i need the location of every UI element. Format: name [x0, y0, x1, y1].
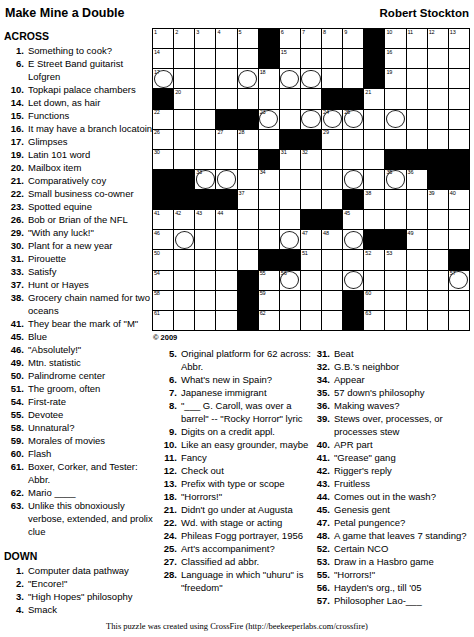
grid-cell-r4c3[interactable] [195, 89, 215, 108]
clue-text: E Street Band guitarist Lofgren [28, 57, 153, 83]
grid-cell-r11c4[interactable] [216, 230, 236, 249]
grid-cell-r6c11[interactable] [364, 130, 384, 149]
grid-cell-r4c5[interactable] [238, 89, 258, 108]
grid-cell-r3c6[interactable]: 18 [259, 69, 279, 88]
grid-cell-r14c4[interactable] [216, 291, 236, 310]
clue-text: Petal pungence? [334, 516, 473, 529]
clue-number: 8. [160, 399, 177, 425]
grid-cell-r5c14[interactable] [428, 110, 448, 129]
clue-down-55: 55."Horrors!" [313, 568, 473, 581]
grid-cell-r5c11[interactable] [364, 110, 384, 129]
clue-number: 29. [4, 226, 24, 239]
clue-text: Morales of movies [28, 434, 153, 447]
clue-number: 35. [313, 386, 330, 399]
clue-down-56: 56.Hayden's org., till '05 [313, 581, 473, 594]
clue-number: 55. [4, 408, 24, 421]
grid-cell-r5c8[interactable] [301, 110, 321, 129]
clue-number: 51. [4, 382, 24, 395]
grid-cell-r11c2[interactable] [174, 230, 194, 249]
grid-cell-r10c3[interactable]: 43 [195, 210, 215, 229]
clue-text: Art's accompaniment? [181, 542, 314, 555]
grid-cell-r13c13[interactable] [407, 271, 427, 290]
grid-cell-r11c13[interactable]: 49 [407, 230, 427, 249]
grid-cell-r1c10[interactable]: 9 [343, 29, 363, 48]
grid-cell-r6c2[interactable] [174, 130, 194, 149]
clue-text: Prefix with type or scope [181, 477, 314, 490]
grid-cell-r11c1[interactable]: 46 [153, 230, 173, 249]
grid-cell-r4c1 [153, 89, 173, 108]
grid-cell-r15c3[interactable] [195, 311, 215, 330]
clue-number: 31. [313, 347, 330, 360]
grid-cell-r7c11[interactable] [364, 150, 384, 169]
clue-across-15: 15.Functions [4, 109, 153, 122]
grid-cell-r14c13[interactable] [407, 291, 427, 310]
grid-cell-r10c6[interactable] [259, 210, 279, 229]
clue-text: Phileas Fogg portrayer, 1956 [181, 529, 314, 542]
grid-cell-r12c7 [280, 250, 300, 269]
grid-cell-r8c13[interactable]: 36 [407, 170, 427, 189]
grid-cell-r7c5[interactable] [238, 150, 258, 169]
clue-text: Something to cook? [28, 44, 153, 57]
cell-number: 27 [217, 130, 223, 136]
grid-cell-r10c11[interactable] [364, 210, 384, 229]
clue-number: 16. [4, 122, 24, 135]
grid-cell-r12c8[interactable]: 51 [301, 250, 321, 269]
grid-cell-r12c1[interactable]: 50 [153, 250, 173, 269]
grid-cell-r5c6[interactable]: 23 [259, 110, 279, 129]
clue-number: 55. [313, 568, 330, 581]
clue-text: Plant for a new year [28, 239, 153, 252]
clue-across-30: 30.Plant for a new year [4, 239, 153, 252]
grid-cell-r5c1[interactable]: 22 [153, 110, 173, 129]
grid-cell-r3c1[interactable]: 17 [153, 69, 173, 88]
grid-cell-r13c3[interactable] [195, 271, 215, 290]
grid-cell-r7c10[interactable] [343, 150, 363, 169]
clue-number: 61. [4, 460, 24, 486]
grid-cell-r8c5[interactable] [238, 170, 258, 189]
cell-number: 43 [196, 211, 202, 217]
grid-cell-r15c8[interactable] [301, 311, 321, 330]
grid-cell-r13c4[interactable] [216, 271, 236, 290]
grid-cell-r9c14[interactable]: 39 [428, 190, 448, 209]
grid-cell-r1c2[interactable]: 2 [174, 29, 194, 48]
grid-cell-r10c4[interactable]: 44 [216, 210, 236, 229]
grid-cell-r2c12[interactable]: 16 [385, 49, 405, 68]
grid-cell-r10c12[interactable] [385, 210, 405, 229]
clue-text: Boxer, Corker, and Tester: Abbr. [28, 460, 153, 486]
grid-cell-r2c2[interactable] [174, 49, 194, 68]
grid-cell-r4c6[interactable] [259, 89, 279, 108]
grid-cell-r4c13[interactable] [407, 89, 427, 108]
grid-cell-r14c7[interactable] [280, 291, 300, 310]
grid-cell-r9c12[interactable] [385, 190, 405, 209]
grid-cell-r11c15[interactable] [449, 230, 469, 249]
grid-cell-r11c14[interactable] [428, 230, 448, 249]
grid-cell-r4c14[interactable] [428, 89, 448, 108]
grid-cell-r12c10[interactable] [343, 250, 363, 269]
grid-cell-r7c9[interactable] [322, 150, 342, 169]
grid-cell-r9c9[interactable] [322, 190, 342, 209]
grid-cell-r8c9[interactable] [322, 170, 342, 189]
grid-cell-r9c13[interactable] [407, 190, 427, 209]
clue-across-1: 1.Something to cook? [4, 44, 153, 57]
grid-cell-r5c10[interactable]: 25 [343, 110, 363, 129]
clue-text: Topkapi palace chambers [28, 83, 153, 96]
grid-cell-r11c3[interactable] [195, 230, 215, 249]
clue-text: Glimpses [28, 135, 153, 148]
grid-cell-r10c2[interactable]: 42 [174, 210, 194, 229]
grid-cell-r1c12[interactable]: 10 [385, 29, 405, 48]
grid-cell-r7c12 [385, 150, 405, 169]
clue-text: Computer data pathway [28, 564, 153, 577]
clue-across-20: 20.Mailbox item [4, 161, 153, 174]
grid-cell-r5c12[interactable] [385, 110, 405, 129]
clue-down-25: 25.Art's accompaniment? [160, 542, 314, 555]
grid-cell-r1c1[interactable]: 1 [153, 29, 173, 48]
grid-cell-r4c9 [322, 89, 342, 108]
grid-cell-r1c13[interactable]: 11 [407, 29, 427, 48]
clue-across-45: 45.Blue [4, 330, 153, 343]
grid-cell-r6c8 [301, 130, 321, 149]
grid-cell-r15c4[interactable] [216, 311, 236, 330]
grid-cell-r15c9[interactable] [322, 311, 342, 330]
grid-cell-r3c4[interactable] [216, 69, 236, 88]
grid-cell-r8c8[interactable] [301, 170, 321, 189]
clue-text: "___ G. Caroll, was over a barrel" -- "R… [181, 399, 314, 425]
grid-cell-r6c12[interactable] [385, 130, 405, 149]
clue-across-58: 58.Unnatural? [4, 421, 153, 434]
grid-cell-r12c14[interactable] [428, 250, 448, 269]
clue-text: Beat [334, 347, 473, 360]
cell-number: 24 [323, 110, 329, 116]
grid-cell-r7c2[interactable] [174, 150, 194, 169]
grid-cell-r11c6[interactable] [259, 230, 279, 249]
grid-cell-r6c13[interactable] [407, 130, 427, 149]
grid-cell-r1c4[interactable]: 4 [216, 29, 236, 48]
grid-cell-r6c15[interactable] [449, 130, 469, 149]
grid-cell-r10c1[interactable]: 41 [153, 210, 173, 229]
grid-cell-r4c15[interactable] [449, 89, 469, 108]
grid-cell-r3c9[interactable] [322, 69, 342, 88]
clue-number: 38. [4, 291, 24, 317]
grid-cell-r3c11 [364, 69, 384, 88]
grid-cell-r15c11[interactable]: 63 [364, 311, 384, 330]
grid-cell-r2c5[interactable] [238, 49, 258, 68]
clue-number: 40. [313, 438, 330, 451]
cell-number: 41 [154, 211, 160, 217]
clue-text: Small business co-owner [28, 187, 153, 200]
grid-cell-r10c14[interactable] [428, 210, 448, 229]
clue-text: Satisfy [28, 265, 153, 278]
grid-cell-r3c12[interactable]: 19 [385, 69, 405, 88]
cell-number: 14 [154, 50, 160, 56]
grid-cell-r1c15[interactable]: 13 [449, 29, 469, 48]
grid-cell-r4c4[interactable] [216, 89, 236, 108]
grid-cell-r5c2[interactable] [174, 110, 194, 129]
grid-cell-r3c7[interactable] [280, 69, 300, 88]
grid-cell-r15c13[interactable] [407, 311, 427, 330]
cell-number: 55 [260, 271, 266, 277]
grid-cell-r7c8[interactable]: 32 [301, 150, 321, 169]
cell-number: 39 [429, 191, 435, 197]
grid-cell-r8c6[interactable]: 34 [259, 170, 279, 189]
clue-text: "Absolutely!" [28, 343, 153, 356]
grid-cell-r12c3[interactable] [195, 250, 215, 269]
clue-text: Palindrome center [28, 369, 153, 382]
grid-cell-r6c6[interactable] [259, 130, 279, 149]
cell-number: 26 [154, 130, 160, 136]
grid-cell-r12c2[interactable] [174, 250, 194, 269]
cell-number: 54 [154, 271, 160, 277]
grid-cell-r2c4[interactable] [216, 49, 236, 68]
grid-cell-r13c11[interactable] [364, 271, 384, 290]
grid-cell-r5c3[interactable] [195, 110, 215, 129]
grid-cell-r8c10[interactable] [343, 170, 363, 189]
cell-number: 12 [429, 30, 435, 36]
grid-cell-r12c5[interactable] [238, 250, 258, 269]
grid-cell-r14c5 [238, 291, 258, 310]
grid-cell-r9c6[interactable] [259, 190, 279, 209]
grid-cell-r3c8[interactable] [301, 69, 321, 88]
clue-down-31: 31.Beat [313, 347, 473, 360]
grid-cell-r12c13[interactable] [407, 250, 427, 269]
grid-cell-r4c11[interactable]: 21 [364, 89, 384, 108]
grid-cell-r5c13[interactable] [407, 110, 427, 129]
grid-cell-r11c5[interactable] [238, 230, 258, 249]
grid-cell-r15c5 [238, 311, 258, 330]
grid-cell-r12c4[interactable] [216, 250, 236, 269]
clue-text: Genesis gent [334, 503, 473, 516]
grid-cell-r7c6 [259, 150, 279, 169]
grid-cell-r10c13[interactable] [407, 210, 427, 229]
grid-cell-r12c11[interactable]: 52 [364, 250, 384, 269]
grid-cell-r5c9[interactable]: 24 [322, 110, 342, 129]
clue-number: 26. [4, 213, 24, 226]
grid-cell-r9c5[interactable]: 37 [238, 190, 258, 209]
clue-across-62: 62.Mario ____ [4, 486, 153, 499]
grid-cell-r11c7[interactable] [280, 230, 300, 249]
grid-cell-r7c7[interactable]: 31 [280, 150, 300, 169]
clue-column-right: 31.Beat32.G.B.'s neighbor34.Appear35.57 … [313, 347, 473, 607]
grid-cell-r5c15[interactable] [449, 110, 469, 129]
grid-cell-r15c15[interactable] [449, 311, 469, 330]
cell-number: 4 [217, 30, 220, 36]
grid-cell-r4c7[interactable] [280, 89, 300, 108]
grid-cell-r1c14[interactable]: 12 [428, 29, 448, 48]
grid-cell-r13c10[interactable] [343, 271, 363, 290]
cell-number: 30 [154, 150, 160, 156]
grid-cell-r14c15[interactable] [449, 291, 469, 310]
clue-number: 48. [313, 529, 330, 542]
cell-number: 13 [450, 30, 456, 36]
grid-cell-r1c8[interactable]: 7 [301, 29, 321, 48]
grid-cell-r15c1[interactable]: 61 [153, 311, 173, 330]
cell-number: 38 [365, 191, 371, 197]
grid-cell-r10c7[interactable] [280, 210, 300, 229]
grid-cell-r13c2[interactable] [174, 271, 194, 290]
author-name: Robert Stockton [380, 7, 469, 19]
grid-cell-r2c14[interactable] [428, 49, 448, 68]
clue-number: 11. [160, 451, 177, 464]
grid-cell-r7c1[interactable]: 30 [153, 150, 173, 169]
grid-cell-r14c12[interactable] [385, 291, 405, 310]
grid-cell-r14c3[interactable] [195, 291, 215, 310]
grid-cell-r15c14[interactable] [428, 311, 448, 330]
grid-cell-r6c5[interactable]: 28 [238, 130, 258, 149]
grid-cell-r15c6[interactable]: 62 [259, 311, 279, 330]
clue-text: Digits on a credit appl. [181, 425, 314, 438]
clue-number: 41. [4, 317, 24, 330]
clue-number: 1. [4, 564, 24, 577]
clue-text: Draw in a Hasbro game [334, 555, 473, 568]
grid-cell-r6c10[interactable] [343, 130, 363, 149]
grid-cell-r14c1[interactable]: 58 [153, 291, 173, 310]
grid-cell-r1c5[interactable]: 5 [238, 29, 258, 48]
clue-text: Devotee [28, 408, 153, 421]
grid-cell-r7c4[interactable] [216, 150, 236, 169]
clue-text: Mtn. statistic [28, 356, 153, 369]
clue-number: 47. [313, 516, 330, 529]
clue-number: 60. [4, 447, 24, 460]
grid-cell-r1c3[interactable]: 3 [195, 29, 215, 48]
grid-cell-r13c1[interactable]: 54 [153, 271, 173, 290]
grid-cell-r2c8[interactable] [301, 49, 321, 68]
grid-cell-r15c7[interactable] [280, 311, 300, 330]
clue-across-54: 54.First-rate [4, 395, 153, 408]
grid-cell-r6c4[interactable]: 27 [216, 130, 236, 149]
grid-cell-r4c8[interactable] [301, 89, 321, 108]
clue-down-5: 5.Original platform for 62 across: Abbr. [160, 347, 314, 373]
grid-cell-r14c8[interactable] [301, 291, 321, 310]
grid-cell-r1c7[interactable]: 6 [280, 29, 300, 48]
clue-text: Wd. with stage or acting [181, 516, 314, 529]
grid-cell-r15c12[interactable] [385, 311, 405, 330]
grid-cell-r14c2[interactable] [174, 291, 194, 310]
grid-cell-r9c15[interactable]: 40 [449, 190, 469, 209]
clue-text: Grocery chain named for two oceans [28, 291, 153, 317]
clue-text: Let down, as hair [28, 96, 153, 109]
grid-cell-r10c10[interactable]: 45 [343, 210, 363, 229]
grid-cell-r2c1[interactable]: 14 [153, 49, 173, 68]
grid-cell-r1c9[interactable]: 8 [322, 29, 342, 48]
clue-across-60: 60.Flash [4, 447, 153, 460]
clue-down-7: 7.Japanese immigrant [160, 386, 314, 399]
grid-cell-r9c7[interactable] [280, 190, 300, 209]
clue-down-4: 4.Smack [4, 603, 153, 616]
grid-cell-r3c13[interactable] [407, 69, 427, 88]
grid-cell-r3c15[interactable] [449, 69, 469, 88]
grid-cell-r10c5[interactable] [238, 210, 258, 229]
grid-cell-r13c7[interactable]: 56 [280, 271, 300, 290]
grid-cell-r14c14[interactable] [428, 291, 448, 310]
grid-cell-r6c9[interactable]: 29 [322, 130, 342, 149]
grid-cell-r3c5[interactable] [238, 69, 258, 88]
cell-number: 36 [408, 170, 414, 176]
grid-cell-r10c8 [301, 210, 321, 229]
clue-across-26: 26.Bob or Brian of the NFL [4, 213, 153, 226]
grid-cell-r2c7[interactable]: 15 [280, 49, 300, 68]
clue-across-10: 10.Topkapi palace chambers [4, 83, 153, 96]
grid-cell-r13c8[interactable] [301, 271, 321, 290]
grid-cell-r13c15[interactable]: 57 [449, 271, 469, 290]
clue-number: 7. [160, 386, 177, 399]
cell-number: 8 [323, 30, 326, 36]
clue-number: 13. [160, 477, 177, 490]
grid-cell-r8c11[interactable] [364, 170, 384, 189]
clue-number: 57. [313, 594, 330, 607]
grid-cell-r4c2[interactable]: 20 [174, 89, 194, 108]
grid-cell-r14c9[interactable] [322, 291, 342, 310]
grid-cell-r12c9[interactable] [322, 250, 342, 269]
clue-down-3: 3."High Hopes" philosophy [4, 590, 153, 603]
cell-number: 5 [239, 30, 242, 36]
grid-cell-r8c12[interactable]: 35 [385, 170, 405, 189]
grid-cell-r12c12[interactable]: 53 [385, 250, 405, 269]
cell-number: 7 [302, 30, 305, 36]
clue-text: Latin 101 word [28, 148, 153, 161]
grid-cell-r5c7[interactable] [280, 110, 300, 129]
grid-cell-r13c14[interactable] [428, 271, 448, 290]
grid-cell-r2c3[interactable] [195, 49, 215, 68]
grid-cell-r15c2[interactable] [174, 311, 194, 330]
clue-number: 10. [4, 83, 24, 96]
grid-cell-r11c8[interactable]: 47 [301, 230, 321, 249]
clue-text: Fruitless [334, 477, 473, 490]
grid-cell-r2c10[interactable] [343, 49, 363, 68]
clue-down-42: 42.Rigger's reply [313, 464, 473, 477]
clue-down-27: 27.Classified ad abbr. [160, 555, 314, 568]
grid-cell-r7c3[interactable] [195, 150, 215, 169]
grid-cell-r11c10[interactable] [343, 230, 363, 249]
grid-cell-r6c1[interactable]: 26 [153, 130, 173, 149]
clue-number: 49. [4, 356, 24, 369]
grid-cell-r6c14[interactable] [428, 130, 448, 149]
clue-text: Comparatively coy [28, 174, 153, 187]
grid-cell-r3c14[interactable] [428, 69, 448, 88]
clue-across-6: 6.E Street Band guitarist Lofgren [4, 57, 153, 83]
grid-cell-r2c9[interactable] [322, 49, 342, 68]
grid-cell-r9c8[interactable] [301, 190, 321, 209]
grid-cell-r2c13[interactable] [407, 49, 427, 68]
grid-cell-r8c3[interactable]: 33 [195, 170, 215, 189]
grid-cell-r4c12[interactable] [385, 89, 405, 108]
grid-cell-r14c11[interactable]: 60 [364, 291, 384, 310]
grid-cell-r3c3[interactable] [195, 69, 215, 88]
grid-cell-r3c10[interactable] [343, 69, 363, 88]
grid-cell-r11c9[interactable]: 48 [322, 230, 342, 249]
grid-cell-r13c6[interactable]: 55 [259, 271, 279, 290]
clue-text: Pirouette [28, 252, 153, 265]
cell-number: 33 [196, 170, 202, 176]
clue-across-61: 61.Boxer, Corker, and Tester: Abbr. [4, 460, 153, 486]
clue-down-47: 47.Petal pungence? [313, 516, 473, 529]
clue-across-51: 51.The groom, often [4, 382, 153, 395]
grid-cell-r6c3[interactable] [195, 130, 215, 149]
clue-column-left: ACROSS 1.Something to cook?6.E Street Ba… [4, 30, 153, 616]
grid-cell-r13c12[interactable] [385, 271, 405, 290]
clue-number: 53. [313, 555, 330, 568]
grid-cell-r3c2[interactable] [174, 69, 194, 88]
grid-cell-r9c11[interactable]: 38 [364, 190, 384, 209]
grid-cell-r8c4[interactable] [216, 170, 236, 189]
grid-cell-r8c7[interactable] [280, 170, 300, 189]
clue-number: 36. [313, 399, 330, 412]
grid-cell-r10c15[interactable] [449, 210, 469, 229]
grid-cell-r13c9[interactable] [322, 271, 342, 290]
clue-text: Hunt or Hayes [28, 278, 153, 291]
grid-cell-r2c15[interactable] [449, 49, 469, 68]
grid-cell-r14c6[interactable]: 59 [259, 291, 279, 310]
